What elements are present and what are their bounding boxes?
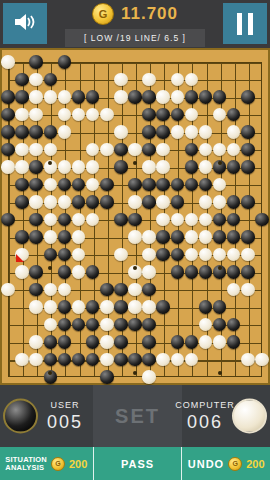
board-intersection[interactable] bbox=[86, 298, 100, 316]
board-intersection[interactable] bbox=[142, 281, 156, 299]
board-intersection[interactable] bbox=[198, 141, 212, 159]
board-intersection[interactable] bbox=[227, 351, 241, 369]
board-intersection[interactable] bbox=[100, 246, 114, 264]
board-intersection[interactable] bbox=[128, 351, 142, 369]
board-intersection[interactable] bbox=[241, 141, 255, 159]
board-intersection[interactable] bbox=[71, 211, 85, 229]
board-intersection[interactable] bbox=[71, 368, 85, 386]
board-intersection[interactable] bbox=[198, 123, 212, 141]
board-intersection[interactable] bbox=[227, 71, 241, 89]
board-intersection[interactable] bbox=[100, 158, 114, 176]
board-intersection[interactable] bbox=[86, 263, 100, 281]
board-intersection[interactable] bbox=[86, 141, 100, 159]
board-intersection[interactable] bbox=[170, 71, 184, 89]
board-intersection[interactable] bbox=[29, 368, 43, 386]
board-intersection[interactable] bbox=[114, 298, 128, 316]
board-intersection[interactable] bbox=[114, 228, 128, 246]
board-intersection[interactable] bbox=[43, 316, 57, 334]
board-intersection[interactable] bbox=[100, 333, 114, 351]
situation-analysis-button[interactable]: SITUATION ANALYSIS G 200 bbox=[0, 447, 94, 480]
board-intersection[interactable] bbox=[170, 281, 184, 299]
board-intersection[interactable] bbox=[128, 193, 142, 211]
board-intersection[interactable] bbox=[43, 193, 57, 211]
board-intersection[interactable] bbox=[128, 88, 142, 106]
board-intersection[interactable] bbox=[43, 351, 57, 369]
board-intersection[interactable] bbox=[198, 246, 212, 264]
board-intersection[interactable] bbox=[86, 88, 100, 106]
board-intersection[interactable] bbox=[71, 351, 85, 369]
board-intersection[interactable] bbox=[255, 263, 269, 281]
board-intersection[interactable] bbox=[1, 88, 15, 106]
board-intersection[interactable] bbox=[57, 106, 71, 124]
board-intersection[interactable] bbox=[170, 141, 184, 159]
board-intersection[interactable] bbox=[255, 368, 269, 386]
board-intersection[interactable] bbox=[170, 106, 184, 124]
board-intersection[interactable] bbox=[71, 281, 85, 299]
board-intersection[interactable] bbox=[241, 281, 255, 299]
board-intersection[interactable] bbox=[255, 53, 269, 71]
board-intersection[interactable] bbox=[128, 228, 142, 246]
board-intersection[interactable] bbox=[142, 333, 156, 351]
board-intersection[interactable] bbox=[227, 53, 241, 71]
board-intersection[interactable] bbox=[255, 281, 269, 299]
board-intersection[interactable] bbox=[128, 53, 142, 71]
board-intersection[interactable] bbox=[29, 298, 43, 316]
board-intersection[interactable] bbox=[29, 316, 43, 334]
board-intersection[interactable] bbox=[128, 211, 142, 229]
board-intersection[interactable] bbox=[198, 158, 212, 176]
board-intersection[interactable] bbox=[198, 71, 212, 89]
board-intersection[interactable] bbox=[100, 176, 114, 194]
board-intersection[interactable] bbox=[114, 88, 128, 106]
board-intersection[interactable] bbox=[86, 368, 100, 386]
board-intersection[interactable] bbox=[114, 123, 128, 141]
board-intersection[interactable] bbox=[1, 316, 15, 334]
board-intersection[interactable] bbox=[1, 351, 15, 369]
board-intersection[interactable] bbox=[29, 158, 43, 176]
board-intersection[interactable] bbox=[227, 211, 241, 229]
board-intersection[interactable] bbox=[142, 316, 156, 334]
board-intersection[interactable] bbox=[198, 106, 212, 124]
board-intersection[interactable] bbox=[71, 176, 85, 194]
board-intersection[interactable] bbox=[198, 351, 212, 369]
board-intersection[interactable] bbox=[184, 53, 198, 71]
board-intersection[interactable] bbox=[198, 298, 212, 316]
board-intersection[interactable] bbox=[15, 123, 29, 141]
board-intersection[interactable] bbox=[241, 88, 255, 106]
board-intersection[interactable] bbox=[1, 246, 15, 264]
board-intersection[interactable] bbox=[1, 53, 15, 71]
board-intersection[interactable] bbox=[142, 176, 156, 194]
board-intersection[interactable] bbox=[198, 333, 212, 351]
board-intersection[interactable] bbox=[29, 263, 43, 281]
board-intersection[interactable] bbox=[213, 316, 227, 334]
board-intersection[interactable] bbox=[241, 351, 255, 369]
board-intersection[interactable] bbox=[213, 228, 227, 246]
board-intersection[interactable] bbox=[86, 106, 100, 124]
board-intersection[interactable] bbox=[43, 281, 57, 299]
board-intersection[interactable] bbox=[15, 71, 29, 89]
board-intersection[interactable] bbox=[213, 211, 227, 229]
board-intersection[interactable] bbox=[86, 351, 100, 369]
board-intersection[interactable] bbox=[29, 246, 43, 264]
board-intersection[interactable] bbox=[255, 228, 269, 246]
board-intersection[interactable] bbox=[213, 123, 227, 141]
board-intersection[interactable] bbox=[156, 298, 170, 316]
board-intersection[interactable] bbox=[15, 141, 29, 159]
board-intersection[interactable] bbox=[170, 53, 184, 71]
board-intersection[interactable] bbox=[227, 106, 241, 124]
board-intersection[interactable] bbox=[86, 123, 100, 141]
board-intersection[interactable] bbox=[255, 88, 269, 106]
board-intersection[interactable] bbox=[71, 53, 85, 71]
board-intersection[interactable] bbox=[57, 141, 71, 159]
board-intersection[interactable] bbox=[213, 106, 227, 124]
board-intersection[interactable] bbox=[156, 211, 170, 229]
board-intersection[interactable] bbox=[241, 298, 255, 316]
board-intersection[interactable] bbox=[142, 106, 156, 124]
board-intersection[interactable] bbox=[156, 246, 170, 264]
board-intersection[interactable] bbox=[255, 351, 269, 369]
board-intersection[interactable] bbox=[241, 368, 255, 386]
board-intersection[interactable] bbox=[43, 176, 57, 194]
board-intersection[interactable] bbox=[227, 263, 241, 281]
board-intersection[interactable] bbox=[156, 281, 170, 299]
board-intersection[interactable] bbox=[156, 141, 170, 159]
board-intersection[interactable] bbox=[15, 193, 29, 211]
board-intersection[interactable] bbox=[15, 263, 29, 281]
board-intersection[interactable] bbox=[71, 71, 85, 89]
board-intersection[interactable] bbox=[29, 281, 43, 299]
board-intersection[interactable] bbox=[184, 316, 198, 334]
board-intersection[interactable] bbox=[198, 281, 212, 299]
board-intersection[interactable] bbox=[29, 141, 43, 159]
board-intersection[interactable] bbox=[156, 176, 170, 194]
board-intersection[interactable] bbox=[142, 263, 156, 281]
board-intersection[interactable] bbox=[1, 333, 15, 351]
board-intersection[interactable] bbox=[128, 176, 142, 194]
board-intersection[interactable] bbox=[114, 106, 128, 124]
board-intersection[interactable] bbox=[100, 368, 114, 386]
board-intersection[interactable] bbox=[114, 281, 128, 299]
board-intersection[interactable] bbox=[15, 246, 29, 264]
board-intersection[interactable] bbox=[170, 263, 184, 281]
board-intersection[interactable] bbox=[43, 141, 57, 159]
board-intersection[interactable] bbox=[57, 281, 71, 299]
board-intersection[interactable] bbox=[1, 228, 15, 246]
board-intersection[interactable] bbox=[255, 176, 269, 194]
board-intersection[interactable] bbox=[57, 71, 71, 89]
board-intersection[interactable] bbox=[15, 368, 29, 386]
board-intersection[interactable] bbox=[255, 316, 269, 334]
board-intersection[interactable] bbox=[71, 228, 85, 246]
board-intersection[interactable] bbox=[86, 316, 100, 334]
board-intersection[interactable] bbox=[71, 123, 85, 141]
board-intersection[interactable] bbox=[142, 193, 156, 211]
board-intersection[interactable] bbox=[142, 123, 156, 141]
board-intersection[interactable] bbox=[100, 141, 114, 159]
board-intersection[interactable] bbox=[57, 88, 71, 106]
undo-button[interactable]: UNDO G 200 bbox=[182, 447, 270, 480]
board-intersection[interactable] bbox=[241, 106, 255, 124]
board-intersection[interactable] bbox=[184, 158, 198, 176]
board-intersection[interactable] bbox=[100, 281, 114, 299]
board-intersection[interactable] bbox=[142, 298, 156, 316]
board-intersection[interactable] bbox=[198, 316, 212, 334]
board-intersection[interactable] bbox=[1, 211, 15, 229]
board-intersection[interactable] bbox=[241, 158, 255, 176]
board-intersection[interactable] bbox=[57, 123, 71, 141]
board-intersection[interactable] bbox=[198, 228, 212, 246]
board-intersection[interactable] bbox=[71, 141, 85, 159]
board-intersection[interactable] bbox=[213, 53, 227, 71]
board-intersection[interactable] bbox=[227, 368, 241, 386]
board-intersection[interactable] bbox=[43, 88, 57, 106]
board-intersection[interactable] bbox=[255, 141, 269, 159]
board-intersection[interactable] bbox=[198, 211, 212, 229]
board-intersection[interactable] bbox=[86, 193, 100, 211]
board-intersection[interactable] bbox=[100, 88, 114, 106]
board-intersection[interactable] bbox=[100, 123, 114, 141]
board-intersection[interactable] bbox=[227, 228, 241, 246]
board-intersection[interactable] bbox=[71, 88, 85, 106]
board-intersection[interactable] bbox=[198, 53, 212, 71]
board-intersection[interactable] bbox=[241, 316, 255, 334]
board-intersection[interactable] bbox=[255, 333, 269, 351]
board-intersection[interactable] bbox=[128, 141, 142, 159]
board-intersection[interactable] bbox=[156, 158, 170, 176]
board-intersection[interactable] bbox=[86, 281, 100, 299]
board-intersection[interactable] bbox=[255, 158, 269, 176]
board-intersection[interactable] bbox=[241, 211, 255, 229]
board-intersection[interactable] bbox=[15, 106, 29, 124]
board-intersection[interactable] bbox=[213, 88, 227, 106]
board-intersection[interactable] bbox=[170, 158, 184, 176]
board-intersection[interactable] bbox=[86, 176, 100, 194]
board-intersection[interactable] bbox=[114, 368, 128, 386]
board-intersection[interactable] bbox=[71, 193, 85, 211]
board-intersection[interactable] bbox=[43, 123, 57, 141]
board-intersection[interactable] bbox=[57, 158, 71, 176]
board-intersection[interactable] bbox=[100, 263, 114, 281]
board-intersection[interactable] bbox=[156, 228, 170, 246]
board-intersection[interactable] bbox=[184, 193, 198, 211]
board-intersection[interactable] bbox=[71, 333, 85, 351]
set-button[interactable]: SET bbox=[93, 385, 182, 447]
board-intersection[interactable] bbox=[43, 333, 57, 351]
board-intersection[interactable] bbox=[128, 298, 142, 316]
board-intersection[interactable] bbox=[43, 298, 57, 316]
board-intersection[interactable] bbox=[1, 193, 15, 211]
board-intersection[interactable] bbox=[128, 106, 142, 124]
board-intersection[interactable] bbox=[15, 316, 29, 334]
board-intersection[interactable] bbox=[227, 123, 241, 141]
board-intersection[interactable] bbox=[100, 228, 114, 246]
board-intersection[interactable] bbox=[43, 228, 57, 246]
pause-button[interactable] bbox=[223, 3, 267, 44]
board-intersection[interactable] bbox=[100, 106, 114, 124]
board-intersection[interactable] bbox=[156, 193, 170, 211]
board-intersection[interactable] bbox=[198, 88, 212, 106]
board-intersection[interactable] bbox=[156, 53, 170, 71]
board-intersection[interactable] bbox=[114, 316, 128, 334]
board-intersection[interactable] bbox=[86, 246, 100, 264]
board-intersection[interactable] bbox=[29, 53, 43, 71]
board-intersection[interactable] bbox=[170, 193, 184, 211]
board-intersection[interactable] bbox=[114, 263, 128, 281]
board-intersection[interactable] bbox=[213, 176, 227, 194]
board-intersection[interactable] bbox=[86, 71, 100, 89]
board-intersection[interactable] bbox=[156, 333, 170, 351]
board-intersection[interactable] bbox=[170, 228, 184, 246]
board-intersection[interactable] bbox=[57, 263, 71, 281]
board-intersection[interactable] bbox=[184, 71, 198, 89]
board-intersection[interactable] bbox=[213, 246, 227, 264]
board-intersection[interactable] bbox=[15, 228, 29, 246]
board-intersection[interactable] bbox=[114, 246, 128, 264]
board-intersection[interactable] bbox=[15, 351, 29, 369]
board-intersection[interactable] bbox=[1, 176, 15, 194]
board-intersection[interactable] bbox=[156, 123, 170, 141]
board-intersection[interactable] bbox=[241, 246, 255, 264]
board-intersection[interactable] bbox=[15, 281, 29, 299]
board-intersection[interactable] bbox=[213, 351, 227, 369]
board-intersection[interactable] bbox=[29, 176, 43, 194]
board-intersection[interactable] bbox=[114, 158, 128, 176]
board-intersection[interactable] bbox=[1, 106, 15, 124]
board-intersection[interactable] bbox=[128, 333, 142, 351]
board-intersection[interactable] bbox=[57, 193, 71, 211]
board-intersection[interactable] bbox=[227, 316, 241, 334]
board-intersection[interactable] bbox=[227, 88, 241, 106]
board-intersection[interactable] bbox=[170, 88, 184, 106]
board-intersection[interactable] bbox=[57, 246, 71, 264]
board-intersection[interactable] bbox=[1, 298, 15, 316]
board-intersection[interactable] bbox=[29, 228, 43, 246]
board-intersection[interactable] bbox=[1, 141, 15, 159]
board-intersection[interactable] bbox=[128, 71, 142, 89]
board-intersection[interactable] bbox=[184, 263, 198, 281]
board-intersection[interactable] bbox=[184, 141, 198, 159]
board-intersection[interactable] bbox=[255, 71, 269, 89]
board-intersection[interactable] bbox=[170, 123, 184, 141]
board-intersection[interactable] bbox=[1, 368, 15, 386]
board-intersection[interactable] bbox=[57, 176, 71, 194]
board-intersection[interactable] bbox=[43, 53, 57, 71]
board-intersection[interactable] bbox=[170, 316, 184, 334]
board-intersection[interactable] bbox=[57, 298, 71, 316]
board-intersection[interactable] bbox=[15, 298, 29, 316]
board-intersection[interactable] bbox=[170, 298, 184, 316]
board-intersection[interactable] bbox=[142, 88, 156, 106]
board-intersection[interactable] bbox=[57, 333, 71, 351]
board-intersection[interactable] bbox=[29, 333, 43, 351]
board-intersection[interactable] bbox=[15, 176, 29, 194]
board-intersection[interactable] bbox=[241, 123, 255, 141]
board-intersection[interactable] bbox=[227, 158, 241, 176]
board-intersection[interactable] bbox=[1, 158, 15, 176]
board-intersection[interactable] bbox=[170, 211, 184, 229]
board-intersection[interactable] bbox=[255, 193, 269, 211]
board-intersection[interactable] bbox=[156, 316, 170, 334]
board-intersection[interactable] bbox=[71, 246, 85, 264]
board-intersection[interactable] bbox=[29, 351, 43, 369]
board-intersection[interactable] bbox=[57, 351, 71, 369]
board-intersection[interactable] bbox=[227, 298, 241, 316]
board-intersection[interactable] bbox=[114, 333, 128, 351]
board-intersection[interactable] bbox=[57, 228, 71, 246]
board-intersection[interactable] bbox=[241, 228, 255, 246]
board-intersection[interactable] bbox=[15, 333, 29, 351]
board-intersection[interactable] bbox=[227, 281, 241, 299]
board-intersection[interactable] bbox=[184, 351, 198, 369]
board-intersection[interactable] bbox=[170, 368, 184, 386]
board-intersection[interactable] bbox=[114, 71, 128, 89]
board-intersection[interactable] bbox=[184, 176, 198, 194]
board-intersection[interactable] bbox=[241, 263, 255, 281]
board-intersection[interactable] bbox=[184, 88, 198, 106]
board-intersection[interactable] bbox=[156, 263, 170, 281]
board-intersection[interactable] bbox=[43, 246, 57, 264]
board-intersection[interactable] bbox=[128, 281, 142, 299]
board-intersection[interactable] bbox=[213, 71, 227, 89]
board-intersection[interactable] bbox=[213, 333, 227, 351]
board-intersection[interactable] bbox=[184, 368, 198, 386]
board-intersection[interactable] bbox=[198, 263, 212, 281]
board-intersection[interactable] bbox=[86, 158, 100, 176]
board-intersection[interactable] bbox=[213, 298, 227, 316]
board-intersection[interactable] bbox=[156, 71, 170, 89]
board-intersection[interactable] bbox=[71, 298, 85, 316]
board-intersection[interactable] bbox=[57, 211, 71, 229]
board-intersection[interactable] bbox=[43, 211, 57, 229]
board-intersection[interactable] bbox=[71, 316, 85, 334]
board-intersection[interactable] bbox=[142, 158, 156, 176]
board-intersection[interactable] bbox=[15, 53, 29, 71]
board-intersection[interactable] bbox=[114, 141, 128, 159]
board-intersection[interactable] bbox=[184, 123, 198, 141]
board-intersection[interactable] bbox=[57, 316, 71, 334]
board-intersection[interactable] bbox=[57, 53, 71, 71]
board-intersection[interactable] bbox=[1, 71, 15, 89]
board-intersection[interactable] bbox=[128, 316, 142, 334]
board-intersection[interactable] bbox=[227, 246, 241, 264]
board-intersection[interactable] bbox=[114, 53, 128, 71]
board-intersection[interactable] bbox=[142, 211, 156, 229]
board-intersection[interactable] bbox=[241, 71, 255, 89]
board-intersection[interactable] bbox=[213, 141, 227, 159]
board-intersection[interactable] bbox=[1, 123, 15, 141]
board-intersection[interactable] bbox=[114, 211, 128, 229]
board-intersection[interactable] bbox=[114, 176, 128, 194]
board-intersection[interactable] bbox=[198, 368, 212, 386]
board-intersection[interactable] bbox=[29, 211, 43, 229]
board-intersection[interactable] bbox=[29, 193, 43, 211]
board-intersection[interactable] bbox=[86, 333, 100, 351]
board-intersection[interactable] bbox=[57, 368, 71, 386]
board-intersection[interactable] bbox=[184, 228, 198, 246]
board-intersection[interactable] bbox=[170, 176, 184, 194]
pass-button[interactable]: PASS bbox=[94, 447, 183, 480]
board-intersection[interactable] bbox=[227, 193, 241, 211]
board-intersection[interactable] bbox=[184, 333, 198, 351]
board-intersection[interactable] bbox=[15, 211, 29, 229]
board-intersection[interactable] bbox=[170, 246, 184, 264]
board-intersection[interactable] bbox=[142, 53, 156, 71]
board-intersection[interactable] bbox=[142, 71, 156, 89]
sound-button[interactable] bbox=[3, 3, 47, 44]
board-intersection[interactable] bbox=[71, 158, 85, 176]
